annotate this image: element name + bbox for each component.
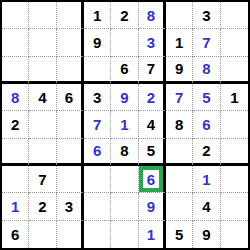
cell-r4c5[interactable]: 9 — [111, 84, 138, 111]
cell-r1c8[interactable]: 3 — [193, 2, 220, 29]
cell-r9c4[interactable] — [84, 221, 111, 248]
cell-r5c2[interactable] — [29, 111, 56, 138]
cell-r8c5[interactable] — [111, 193, 138, 220]
cell-r2c4[interactable]: 9 — [84, 29, 111, 56]
cell-r5c6[interactable]: 4 — [139, 111, 166, 138]
cell-r3c7[interactable]: 9 — [166, 57, 193, 84]
cell-r8c6[interactable]: 9 — [139, 193, 166, 220]
cell-r5c7[interactable]: 8 — [166, 111, 193, 138]
cell-r2c7[interactable]: 1 — [166, 29, 193, 56]
cell-r6c5[interactable]: 8 — [111, 139, 138, 166]
cell-r1c6[interactable]: 8 — [139, 2, 166, 29]
cell-r4c2[interactable]: 4 — [29, 84, 56, 111]
cell-r3c6[interactable]: 7 — [139, 57, 166, 84]
cell-r6c2[interactable] — [29, 139, 56, 166]
cell-r7c9[interactable] — [221, 166, 248, 193]
cell-r1c7[interactable] — [166, 2, 193, 29]
cell-r8c3[interactable]: 3 — [57, 193, 84, 220]
cell-r9c6[interactable]: 1 — [139, 221, 166, 248]
cell-r7c2[interactable]: 7 — [29, 166, 56, 193]
cell-r9c7[interactable]: 5 — [166, 221, 193, 248]
cell-r2c5[interactable] — [111, 29, 138, 56]
cell-r4c6[interactable]: 2 — [139, 84, 166, 111]
cell-r2c3[interactable] — [57, 29, 84, 56]
cell-r5c5[interactable]: 1 — [111, 111, 138, 138]
cell-r6c6[interactable]: 5 — [139, 139, 166, 166]
cell-r4c8[interactable]: 5 — [193, 84, 220, 111]
cell-r7c4[interactable] — [84, 166, 111, 193]
cell-r8c4[interactable] — [84, 193, 111, 220]
cell-r6c8[interactable]: 2 — [193, 139, 220, 166]
cell-r9c2[interactable] — [29, 221, 56, 248]
cell-r1c1[interactable] — [2, 2, 29, 29]
cell-r7c3[interactable] — [57, 166, 84, 193]
cell-r3c5[interactable]: 6 — [111, 57, 138, 84]
cell-r5c9[interactable] — [221, 111, 248, 138]
cell-r2c6[interactable]: 3 — [139, 29, 166, 56]
cell-r1c5[interactable]: 2 — [111, 2, 138, 29]
cell-r5c8[interactable]: 6 — [193, 111, 220, 138]
cell-r7c1[interactable] — [2, 166, 29, 193]
cell-r9c9[interactable] — [221, 221, 248, 248]
cell-r8c8[interactable]: 4 — [193, 193, 220, 220]
cell-r3c4[interactable] — [84, 57, 111, 84]
cell-r8c7[interactable] — [166, 193, 193, 220]
cell-r9c3[interactable] — [57, 221, 84, 248]
cell-r5c1[interactable]: 2 — [2, 111, 29, 138]
cell-r3c9[interactable] — [221, 57, 248, 84]
cell-r4c7[interactable]: 7 — [166, 84, 193, 111]
cell-r7c8[interactable]: 1 — [193, 166, 220, 193]
cell-r3c2[interactable] — [29, 57, 56, 84]
cell-r6c4[interactable]: 6 — [84, 139, 111, 166]
cell-r1c4[interactable]: 1 — [84, 2, 111, 29]
cell-r6c1[interactable] — [2, 139, 29, 166]
cell-r2c9[interactable] — [221, 29, 248, 56]
cell-r8c9[interactable] — [221, 193, 248, 220]
cell-r7c6-selected[interactable]: 6 — [139, 166, 166, 193]
cell-r1c3[interactable] — [57, 2, 84, 29]
cell-r3c8[interactable]: 8 — [193, 57, 220, 84]
cell-r6c9[interactable] — [221, 139, 248, 166]
cell-r4c9[interactable]: 1 — [221, 84, 248, 111]
cell-r3c3[interactable] — [57, 57, 84, 84]
cell-r5c3[interactable] — [57, 111, 84, 138]
cell-r8c2[interactable]: 2 — [29, 193, 56, 220]
cell-r7c7[interactable] — [166, 166, 193, 193]
cell-r9c1[interactable]: 6 — [2, 221, 29, 248]
cell-r5c4[interactable]: 7 — [84, 111, 111, 138]
cell-r9c8[interactable]: 9 — [193, 221, 220, 248]
cell-r6c7[interactable] — [166, 139, 193, 166]
cell-r2c1[interactable] — [2, 29, 29, 56]
sudoku-board: 1283931767988463927512714866852761123946… — [0, 0, 250, 250]
cell-r7c5[interactable] — [111, 166, 138, 193]
cell-r2c2[interactable] — [29, 29, 56, 56]
cell-r9c5[interactable] — [111, 221, 138, 248]
cell-r8c1[interactable]: 1 — [2, 193, 29, 220]
cell-r6c3[interactable] — [57, 139, 84, 166]
cell-r4c1[interactable]: 8 — [2, 84, 29, 111]
cell-r2c8[interactable]: 7 — [193, 29, 220, 56]
cell-r1c9[interactable] — [221, 2, 248, 29]
cell-r3c1[interactable] — [2, 57, 29, 84]
cell-r4c4[interactable]: 3 — [84, 84, 111, 111]
cell-r4c3[interactable]: 6 — [57, 84, 84, 111]
cell-r1c2[interactable] — [29, 2, 56, 29]
